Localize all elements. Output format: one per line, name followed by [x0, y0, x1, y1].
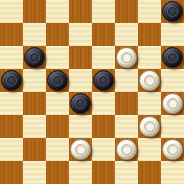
- black-man[interactable]: [93, 70, 114, 91]
- square-r4c6[interactable]: [138, 92, 161, 115]
- square-r6c5[interactable]: [115, 138, 138, 161]
- square-r4c4[interactable]: [92, 92, 115, 115]
- square-r1c0[interactable]: [0, 23, 23, 46]
- square-r7c6[interactable]: [138, 161, 161, 184]
- square-r6c3[interactable]: [69, 138, 92, 161]
- black-man[interactable]: [24, 47, 45, 68]
- square-r4c5[interactable]: [115, 92, 138, 115]
- square-r0c3[interactable]: [69, 0, 92, 23]
- square-r1c6[interactable]: [138, 23, 161, 46]
- square-r5c5[interactable]: [115, 115, 138, 138]
- checkers-board: [0, 0, 184, 184]
- square-r2c6[interactable]: [138, 46, 161, 69]
- black-man[interactable]: [162, 47, 183, 68]
- black-man[interactable]: [162, 1, 183, 22]
- square-r3c3[interactable]: [69, 69, 92, 92]
- black-man[interactable]: [1, 70, 22, 91]
- square-r7c2[interactable]: [46, 161, 69, 184]
- white-man[interactable]: [116, 47, 137, 68]
- square-r1c7[interactable]: [161, 23, 184, 46]
- square-r5c1[interactable]: [23, 115, 46, 138]
- square-r1c2[interactable]: [46, 23, 69, 46]
- square-r0c5[interactable]: [115, 0, 138, 23]
- square-r6c6[interactable]: [138, 138, 161, 161]
- square-r3c0[interactable]: [0, 69, 23, 92]
- square-r3c4[interactable]: [92, 69, 115, 92]
- square-r4c2[interactable]: [46, 92, 69, 115]
- square-r5c0[interactable]: [0, 115, 23, 138]
- square-r7c1[interactable]: [23, 161, 46, 184]
- square-r7c5[interactable]: [115, 161, 138, 184]
- square-r1c5[interactable]: [115, 23, 138, 46]
- square-r6c1[interactable]: [23, 138, 46, 161]
- square-r4c0[interactable]: [0, 92, 23, 115]
- square-r0c7[interactable]: [161, 0, 184, 23]
- square-r0c6[interactable]: [138, 0, 161, 23]
- square-r2c2[interactable]: [46, 46, 69, 69]
- square-r2c1[interactable]: [23, 46, 46, 69]
- white-man[interactable]: [139, 70, 160, 91]
- square-r2c0[interactable]: [0, 46, 23, 69]
- square-r3c2[interactable]: [46, 69, 69, 92]
- square-r4c3[interactable]: [69, 92, 92, 115]
- black-man[interactable]: [70, 93, 91, 114]
- square-r4c7[interactable]: [161, 92, 184, 115]
- square-r2c5[interactable]: [115, 46, 138, 69]
- square-r1c4[interactable]: [92, 23, 115, 46]
- square-r5c6[interactable]: [138, 115, 161, 138]
- square-r7c7[interactable]: [161, 161, 184, 184]
- square-r5c2[interactable]: [46, 115, 69, 138]
- square-r0c1[interactable]: [23, 0, 46, 23]
- square-r3c6[interactable]: [138, 69, 161, 92]
- square-r7c4[interactable]: [92, 161, 115, 184]
- white-man[interactable]: [116, 139, 137, 160]
- square-r1c3[interactable]: [69, 23, 92, 46]
- square-r7c3[interactable]: [69, 161, 92, 184]
- white-man[interactable]: [162, 139, 183, 160]
- black-man[interactable]: [47, 70, 68, 91]
- square-r2c7[interactable]: [161, 46, 184, 69]
- square-r4c1[interactable]: [23, 92, 46, 115]
- square-r0c0[interactable]: [0, 0, 23, 23]
- square-r6c0[interactable]: [0, 138, 23, 161]
- white-man[interactable]: [139, 116, 160, 137]
- square-r6c2[interactable]: [46, 138, 69, 161]
- white-man[interactable]: [70, 139, 91, 160]
- square-r3c7[interactable]: [161, 69, 184, 92]
- square-r5c4[interactable]: [92, 115, 115, 138]
- square-r6c4[interactable]: [92, 138, 115, 161]
- white-man[interactable]: [162, 93, 183, 114]
- square-r1c1[interactable]: [23, 23, 46, 46]
- square-r2c3[interactable]: [69, 46, 92, 69]
- square-r6c7[interactable]: [161, 138, 184, 161]
- square-r3c5[interactable]: [115, 69, 138, 92]
- square-r7c0[interactable]: [0, 161, 23, 184]
- square-r2c4[interactable]: [92, 46, 115, 69]
- square-r5c7[interactable]: [161, 115, 184, 138]
- square-r5c3[interactable]: [69, 115, 92, 138]
- square-r0c4[interactable]: [92, 0, 115, 23]
- square-r3c1[interactable]: [23, 69, 46, 92]
- square-r0c2[interactable]: [46, 0, 69, 23]
